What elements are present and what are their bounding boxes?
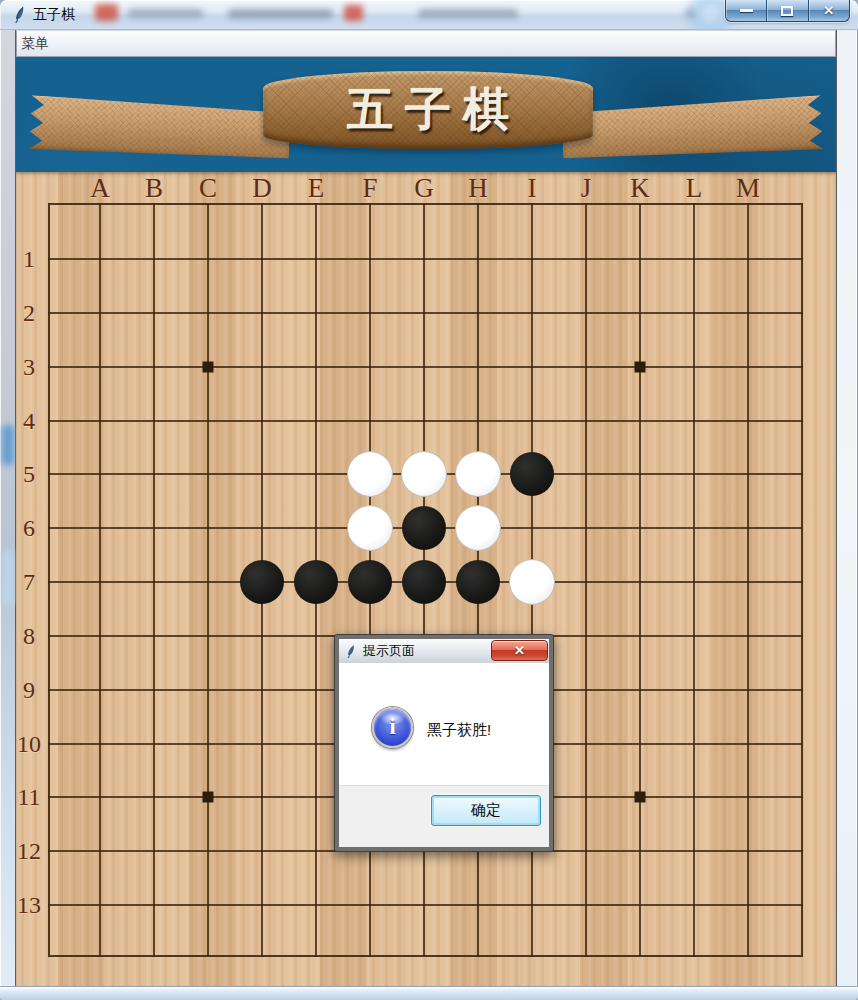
white-stone (348, 452, 392, 496)
grid-line-vertical (747, 203, 749, 957)
row-label: 11 (17, 784, 40, 811)
black-stone (348, 560, 392, 604)
window-controls: ✕ (725, 0, 850, 22)
banner-ribbon-right (561, 94, 824, 164)
dialog-footer: 确定 (339, 785, 549, 847)
app-window: 五子棋 ✕ 菜单 五子棋 ABCDEFGHIJKLM12345678910111… (0, 0, 858, 1000)
grid-line-vertical (207, 203, 209, 957)
row-label: 8 (23, 622, 35, 649)
black-stone (510, 452, 554, 496)
row-label: 6 (23, 515, 35, 542)
frame-blob (2, 550, 14, 605)
window-frame-left (0, 30, 16, 986)
message-dialog: 提示页面 ✕ i 黑子获胜! 确定 (334, 634, 554, 852)
banner-ribbon-band: 五子棋 (263, 71, 593, 149)
row-label: 10 (17, 730, 41, 757)
white-stone (348, 506, 392, 550)
window-frame-right (836, 30, 858, 986)
blurred-tab-blob (228, 9, 333, 19)
blurred-tab-blob (95, 4, 118, 21)
row-label: 12 (17, 838, 41, 865)
row-label: 2 (23, 299, 35, 326)
minimize-button[interactable] (726, 0, 767, 21)
star-point (635, 361, 646, 372)
ok-button[interactable]: 确定 (431, 795, 541, 826)
grid-line-horizontal (48, 258, 803, 260)
dialog-body: i 黑子获胜! 确定 (339, 663, 549, 847)
grid-line-vertical (585, 203, 587, 957)
maximize-icon (781, 6, 793, 16)
column-label: E (308, 173, 325, 204)
grid-line-horizontal (48, 312, 803, 314)
grid-line-vertical (153, 203, 155, 957)
column-label: C (199, 173, 217, 204)
grid-line-horizontal (48, 904, 803, 906)
close-button[interactable]: ✕ (809, 0, 849, 21)
info-icon: i (372, 707, 413, 748)
star-point (203, 361, 214, 372)
dialog-message: 黑子获胜! (427, 721, 491, 740)
white-stone (402, 452, 446, 496)
black-stone (402, 506, 446, 550)
feather-icon (12, 5, 26, 24)
row-label: 9 (23, 676, 35, 703)
game-board[interactable]: ABCDEFGHIJKLM12345678910111213 (16, 172, 836, 986)
grid-line-vertical (639, 203, 641, 957)
column-label: D (252, 173, 272, 204)
white-stone (456, 506, 500, 550)
column-label: L (686, 173, 703, 204)
column-label: B (145, 173, 163, 204)
maximize-button[interactable] (767, 0, 808, 21)
dialog-titlebar[interactable]: 提示页面 ✕ (339, 639, 549, 663)
row-label: 7 (23, 569, 35, 596)
banner-ribbon-left (29, 94, 292, 164)
black-stone (456, 560, 500, 604)
grid-line-vertical (693, 203, 695, 957)
column-label: F (362, 173, 377, 204)
black-stone (402, 560, 446, 604)
window-frame-bottom (0, 986, 858, 1000)
column-label: H (468, 173, 488, 204)
white-stone (510, 560, 554, 604)
column-label: M (736, 173, 760, 204)
column-label: I (528, 173, 537, 204)
blurred-tab-blob (344, 5, 363, 21)
dialog-close-button[interactable]: ✕ (491, 640, 548, 661)
column-label: K (630, 173, 650, 204)
star-point (203, 792, 214, 803)
window-titlebar: 五子棋 ✕ (0, 0, 858, 30)
black-stone (294, 560, 338, 604)
frame-blob (2, 425, 14, 465)
feather-icon (345, 644, 356, 659)
column-label: A (90, 173, 110, 204)
row-label: 13 (17, 892, 41, 919)
banner-title: 五子棋 (335, 79, 521, 141)
blurred-tab-blob (128, 9, 203, 18)
menubar: 菜单 (16, 30, 836, 57)
dialog-title: 提示页面 (363, 642, 415, 660)
row-label: 4 (23, 407, 35, 434)
white-stone (456, 452, 500, 496)
grid-line-horizontal (48, 366, 803, 368)
star-point (635, 792, 646, 803)
column-label: J (581, 173, 592, 204)
row-label: 1 (23, 246, 35, 273)
row-label: 3 (23, 353, 35, 380)
menu-item-menu[interactable]: 菜单 (17, 31, 55, 56)
black-stone (240, 560, 284, 604)
minimize-icon (740, 9, 753, 12)
window-title: 五子棋 (33, 0, 75, 30)
info-icon-glyph: i (389, 713, 396, 740)
grid-line-horizontal (48, 420, 803, 422)
banner: 五子棋 (16, 57, 836, 172)
column-label: G (414, 173, 434, 204)
grid-line-vertical (99, 203, 101, 957)
row-label: 5 (23, 461, 35, 488)
blurred-tab-blob (418, 9, 518, 19)
